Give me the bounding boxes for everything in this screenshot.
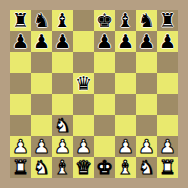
square-g5[interactable] [136,73,157,94]
black-rook[interactable]: ♜ [159,10,176,31]
black-pawn[interactable]: ♟ [117,31,134,52]
square-b5[interactable] [31,73,52,94]
black-knight[interactable]: ♞ [33,10,50,31]
square-c3[interactable]: ♞ [52,115,73,136]
square-d2[interactable]: ♟ [73,136,94,157]
square-b8[interactable]: ♞ [31,10,52,31]
square-c4[interactable] [52,94,73,115]
white-pawn[interactable]: ♟ [12,136,29,157]
white-knight[interactable]: ♞ [33,157,50,178]
white-knight[interactable]: ♞ [138,157,155,178]
square-c7[interactable]: ♟ [52,31,73,52]
white-king[interactable]: ♚ [96,157,113,178]
square-a8[interactable]: ♜ [10,10,31,31]
black-pawn[interactable]: ♟ [138,31,155,52]
square-e6[interactable] [94,52,115,73]
square-e5[interactable] [94,73,115,94]
square-c5[interactable] [52,73,73,94]
white-pawn[interactable]: ♟ [33,136,50,157]
square-f5[interactable] [115,73,136,94]
square-h2[interactable]: ♟ [157,136,178,157]
black-pawn[interactable]: ♟ [54,31,71,52]
black-bishop[interactable]: ♝ [54,10,71,31]
black-king[interactable]: ♚ [96,10,113,31]
square-c6[interactable] [52,52,73,73]
square-g1[interactable]: ♞ [136,157,157,178]
square-f1[interactable]: ♝ [115,157,136,178]
square-d4[interactable] [73,94,94,115]
white-rook[interactable]: ♜ [159,157,176,178]
black-knight[interactable]: ♞ [138,10,155,31]
square-b6[interactable] [31,52,52,73]
white-knight[interactable]: ♞ [54,115,71,136]
black-bishop[interactable]: ♝ [117,10,134,31]
square-d1[interactable]: ♛ [73,157,94,178]
square-h5[interactable] [157,73,178,94]
white-pawn[interactable]: ♟ [117,136,134,157]
square-a7[interactable]: ♟ [10,31,31,52]
black-pawn[interactable]: ♟ [12,31,29,52]
square-f2[interactable]: ♟ [115,136,136,157]
white-pawn[interactable]: ♟ [75,136,92,157]
square-g8[interactable]: ♞ [136,10,157,31]
square-a1[interactable]: ♜ [10,157,31,178]
square-e8[interactable]: ♚ [94,10,115,31]
square-d8[interactable] [73,10,94,31]
square-h4[interactable] [157,94,178,115]
square-c8[interactable]: ♝ [52,10,73,31]
square-a6[interactable] [10,52,31,73]
square-b4[interactable] [31,94,52,115]
black-pawn[interactable]: ♟ [96,31,113,52]
square-c1[interactable]: ♝ [52,157,73,178]
square-a4[interactable] [10,94,31,115]
white-bishop[interactable]: ♝ [54,157,71,178]
square-g2[interactable]: ♟ [136,136,157,157]
square-f4[interactable] [115,94,136,115]
square-h7[interactable]: ♟ [157,31,178,52]
square-e2[interactable] [94,136,115,157]
square-e4[interactable] [94,94,115,115]
square-g7[interactable]: ♟ [136,31,157,52]
square-e3[interactable] [94,115,115,136]
white-pawn[interactable]: ♟ [138,136,155,157]
square-h6[interactable] [157,52,178,73]
square-f6[interactable] [115,52,136,73]
square-d6[interactable] [73,52,94,73]
square-b7[interactable]: ♟ [31,31,52,52]
square-e1[interactable]: ♚ [94,157,115,178]
square-f7[interactable]: ♟ [115,31,136,52]
square-g3[interactable] [136,115,157,136]
square-b2[interactable]: ♟ [31,136,52,157]
square-h8[interactable]: ♜ [157,10,178,31]
white-bishop[interactable]: ♝ [117,157,134,178]
square-d3[interactable] [73,115,94,136]
square-d5[interactable]: ♛ [73,73,94,94]
square-a2[interactable]: ♟ [10,136,31,157]
white-pawn[interactable]: ♟ [159,136,176,157]
square-h3[interactable] [157,115,178,136]
white-rook[interactable]: ♜ [12,157,29,178]
white-queen[interactable]: ♛ [75,157,92,178]
square-c2[interactable]: ♟ [52,136,73,157]
square-h1[interactable]: ♜ [157,157,178,178]
black-rook[interactable]: ♜ [12,10,29,31]
square-f8[interactable]: ♝ [115,10,136,31]
square-b3[interactable] [31,115,52,136]
chess-board: ♜♞♝♚♝♞♜♟♟♟♟♟♟♟♛♞♟♟♟♟♟♟♟♜♞♝♛♚♝♞♜ [10,10,178,178]
square-a5[interactable] [10,73,31,94]
square-a3[interactable] [10,115,31,136]
square-d7[interactable] [73,31,94,52]
board-frame: ♜♞♝♚♝♞♜♟♟♟♟♟♟♟♛♞♟♟♟♟♟♟♟♜♞♝♛♚♝♞♜ [0,0,188,188]
square-e7[interactable]: ♟ [94,31,115,52]
square-g4[interactable] [136,94,157,115]
square-g6[interactable] [136,52,157,73]
square-b1[interactable]: ♞ [31,157,52,178]
black-pawn[interactable]: ♟ [159,31,176,52]
square-f3[interactable] [115,115,136,136]
black-pawn[interactable]: ♟ [33,31,50,52]
white-pawn[interactable]: ♟ [54,136,71,157]
black-queen[interactable]: ♛ [75,73,92,94]
